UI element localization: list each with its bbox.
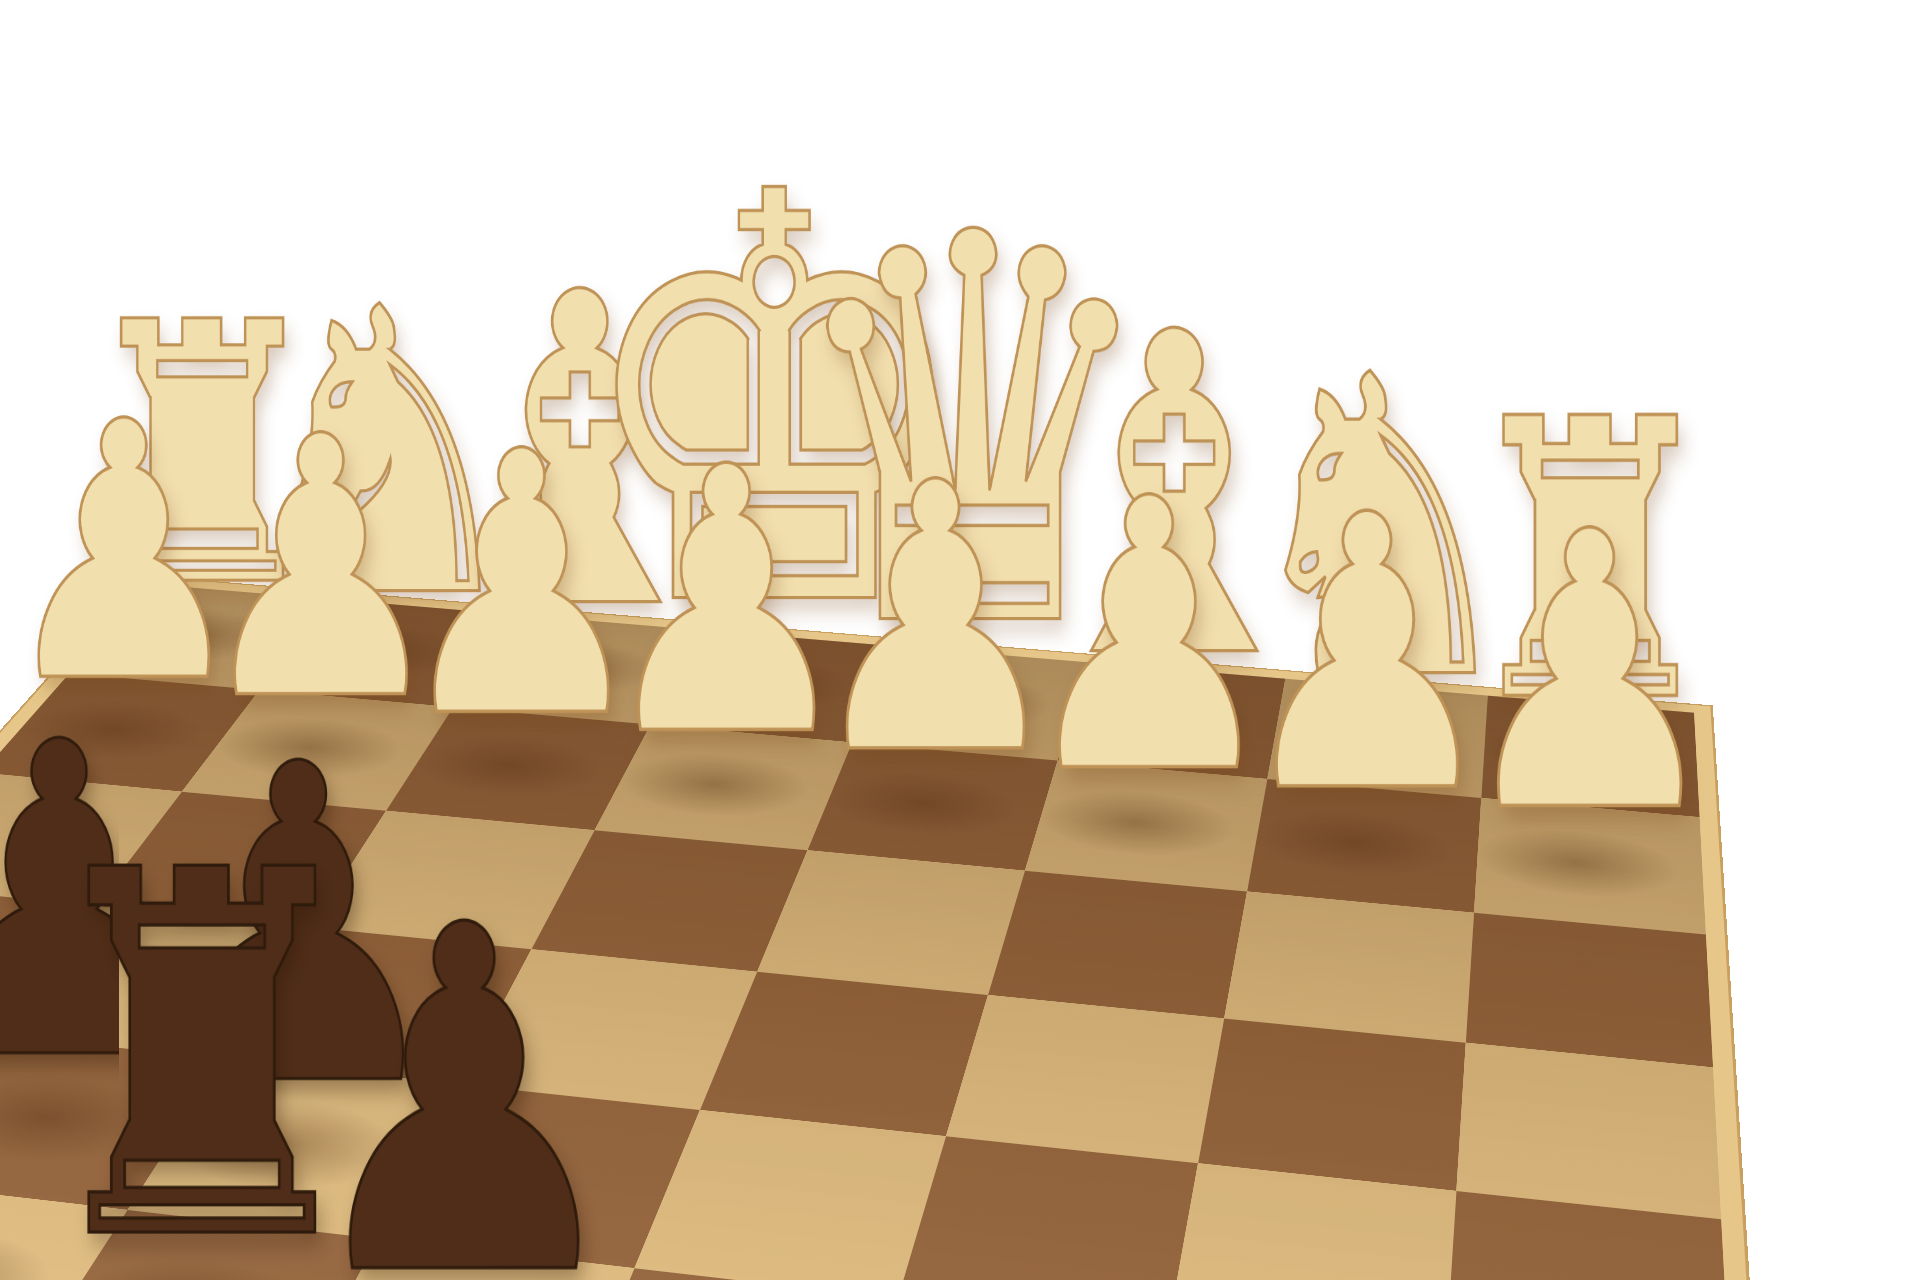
square-c3 <box>988 871 1247 1019</box>
square-a3 <box>1466 913 1713 1068</box>
piece-black-pawn[interactable]: ♟ <box>294 865 635 1280</box>
square-c4 <box>946 995 1224 1163</box>
chess-photo-scene: ♜♞♝♛♚♝♞♜♟♟♟♟♟♟♟♟♞♜♟♟♟ <box>0 0 1920 1280</box>
square-b4 <box>1198 1019 1466 1191</box>
chess-board: ♜♞♝♛♚♝♞♜♟♟♟♟♟♟♟♟♞♜♟♟♟ <box>0 584 1770 1280</box>
square-b3 <box>1224 891 1474 1042</box>
chess-board-frame: ♜♞♝♛♚♝♞♜♟♟♟♟♟♟♟♟♞♜♟♟♟ <box>0 576 1802 1280</box>
square-d3 <box>757 850 1025 995</box>
square-a4 <box>1456 1043 1721 1220</box>
piece-white-pawn[interactable]: ♟ <box>1453 483 1726 864</box>
square-c5 <box>898 1136 1198 1280</box>
